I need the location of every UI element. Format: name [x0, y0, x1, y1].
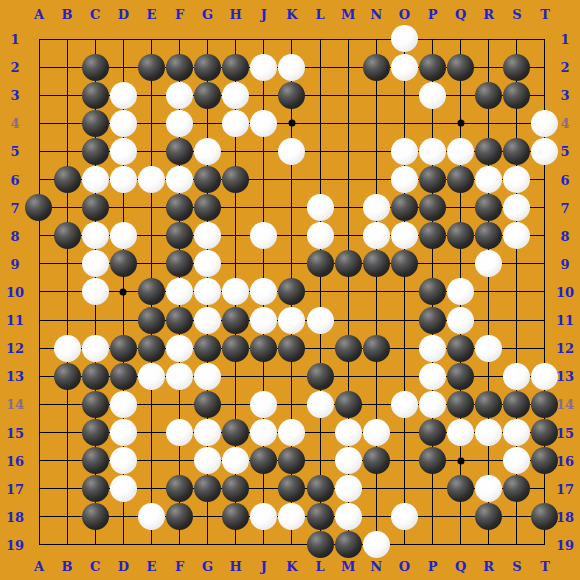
intersection-F17[interactable]: [165, 475, 193, 503]
intersection-G6[interactable]: [194, 165, 222, 193]
intersection-B12[interactable]: [53, 334, 81, 362]
intersection-O8[interactable]: [390, 222, 418, 250]
intersection-S13[interactable]: [503, 362, 531, 390]
intersection-E10[interactable]: [137, 278, 165, 306]
intersection-M9[interactable]: [334, 250, 362, 278]
intersection-K16[interactable]: [278, 447, 306, 475]
intersection-R16[interactable]: [475, 447, 503, 475]
intersection-L9[interactable]: [306, 250, 334, 278]
intersection-N11[interactable]: [362, 306, 390, 334]
intersection-M4[interactable]: [334, 109, 362, 137]
intersection-O4[interactable]: [390, 109, 418, 137]
intersection-E19[interactable]: [137, 531, 165, 559]
intersection-C13[interactable]: [81, 362, 109, 390]
intersection-A19[interactable]: [25, 531, 53, 559]
intersection-P10[interactable]: [418, 278, 446, 306]
intersection-H15[interactable]: [222, 418, 250, 446]
intersection-N17[interactable]: [362, 475, 390, 503]
intersection-Q15[interactable]: [447, 418, 475, 446]
intersection-O9[interactable]: [390, 250, 418, 278]
intersection-S11[interactable]: [503, 306, 531, 334]
intersection-N8[interactable]: [362, 222, 390, 250]
intersection-M6[interactable]: [334, 165, 362, 193]
intersection-K13[interactable]: [278, 362, 306, 390]
intersection-R12[interactable]: [475, 334, 503, 362]
intersection-F9[interactable]: [165, 250, 193, 278]
intersection-J16[interactable]: [250, 447, 278, 475]
intersection-T7[interactable]: [531, 194, 559, 222]
intersection-C11[interactable]: [81, 306, 109, 334]
intersection-R17[interactable]: [475, 475, 503, 503]
intersection-R11[interactable]: [475, 306, 503, 334]
intersection-N14[interactable]: [362, 390, 390, 418]
intersection-K9[interactable]: [278, 250, 306, 278]
intersection-O16[interactable]: [390, 447, 418, 475]
intersection-K18[interactable]: [278, 503, 306, 531]
intersection-E17[interactable]: [137, 475, 165, 503]
intersection-J10[interactable]: [250, 278, 278, 306]
intersection-G10[interactable]: [194, 278, 222, 306]
intersection-P8[interactable]: [418, 222, 446, 250]
intersection-P18[interactable]: [418, 503, 446, 531]
intersection-F16[interactable]: [165, 447, 193, 475]
intersection-F7[interactable]: [165, 194, 193, 222]
intersection-G18[interactable]: [194, 503, 222, 531]
intersection-J8[interactable]: [250, 222, 278, 250]
intersection-K17[interactable]: [278, 475, 306, 503]
intersection-S3[interactable]: [503, 81, 531, 109]
intersection-S5[interactable]: [503, 137, 531, 165]
intersection-M17[interactable]: [334, 475, 362, 503]
intersection-N9[interactable]: [362, 250, 390, 278]
intersection-R9[interactable]: [475, 250, 503, 278]
intersection-H1[interactable]: [222, 25, 250, 53]
intersection-G4[interactable]: [194, 109, 222, 137]
intersection-E2[interactable]: [137, 53, 165, 81]
intersection-L10[interactable]: [306, 278, 334, 306]
intersection-H16[interactable]: [222, 447, 250, 475]
intersection-O1[interactable]: [390, 25, 418, 53]
intersection-L5[interactable]: [306, 137, 334, 165]
intersection-P15[interactable]: [418, 418, 446, 446]
intersection-M19[interactable]: [334, 531, 362, 559]
intersection-T3[interactable]: [531, 81, 559, 109]
intersection-H7[interactable]: [222, 194, 250, 222]
intersection-D18[interactable]: [109, 503, 137, 531]
intersection-F1[interactable]: [165, 25, 193, 53]
intersection-T18[interactable]: [531, 503, 559, 531]
intersection-E4[interactable]: [137, 109, 165, 137]
intersection-D14[interactable]: [109, 390, 137, 418]
intersection-L6[interactable]: [306, 165, 334, 193]
intersection-L3[interactable]: [306, 81, 334, 109]
intersection-L17[interactable]: [306, 475, 334, 503]
intersection-N15[interactable]: [362, 418, 390, 446]
intersection-B10[interactable]: [53, 278, 81, 306]
intersection-E11[interactable]: [137, 306, 165, 334]
intersection-Q2[interactable]: [447, 53, 475, 81]
intersection-R1[interactable]: [475, 25, 503, 53]
intersection-A14[interactable]: [25, 390, 53, 418]
intersection-D16[interactable]: [109, 447, 137, 475]
intersection-P9[interactable]: [418, 250, 446, 278]
intersection-B11[interactable]: [53, 306, 81, 334]
intersection-D3[interactable]: [109, 81, 137, 109]
intersection-H5[interactable]: [222, 137, 250, 165]
intersection-M16[interactable]: [334, 447, 362, 475]
intersection-P12[interactable]: [418, 334, 446, 362]
intersection-A7[interactable]: [25, 194, 53, 222]
intersection-H10[interactable]: [222, 278, 250, 306]
intersection-J7[interactable]: [250, 194, 278, 222]
intersection-S4[interactable]: [503, 109, 531, 137]
intersection-C17[interactable]: [81, 475, 109, 503]
intersection-Q11[interactable]: [447, 306, 475, 334]
intersection-D6[interactable]: [109, 165, 137, 193]
intersection-D8[interactable]: [109, 222, 137, 250]
intersection-K14[interactable]: [278, 390, 306, 418]
intersection-S16[interactable]: [503, 447, 531, 475]
intersection-A4[interactable]: [25, 109, 53, 137]
intersection-R2[interactable]: [475, 53, 503, 81]
intersection-S7[interactable]: [503, 194, 531, 222]
intersection-B13[interactable]: [53, 362, 81, 390]
intersection-T11[interactable]: [531, 306, 559, 334]
intersection-T14[interactable]: [531, 390, 559, 418]
intersection-L8[interactable]: [306, 222, 334, 250]
intersection-D13[interactable]: [109, 362, 137, 390]
intersection-H6[interactable]: [222, 165, 250, 193]
intersection-A18[interactable]: [25, 503, 53, 531]
intersection-R18[interactable]: [475, 503, 503, 531]
intersection-D9[interactable]: [109, 250, 137, 278]
intersection-N16[interactable]: [362, 447, 390, 475]
intersection-J15[interactable]: [250, 418, 278, 446]
intersection-E8[interactable]: [137, 222, 165, 250]
intersection-L7[interactable]: [306, 194, 334, 222]
intersection-E3[interactable]: [137, 81, 165, 109]
intersection-P1[interactable]: [418, 25, 446, 53]
intersection-M14[interactable]: [334, 390, 362, 418]
intersection-B15[interactable]: [53, 418, 81, 446]
intersection-T8[interactable]: [531, 222, 559, 250]
intersection-H12[interactable]: [222, 334, 250, 362]
intersection-O3[interactable]: [390, 81, 418, 109]
intersection-A2[interactable]: [25, 53, 53, 81]
intersection-G13[interactable]: [194, 362, 222, 390]
intersection-D1[interactable]: [109, 25, 137, 53]
intersection-L11[interactable]: [306, 306, 334, 334]
intersection-J9[interactable]: [250, 250, 278, 278]
intersection-J5[interactable]: [250, 137, 278, 165]
intersection-R13[interactable]: [475, 362, 503, 390]
intersection-T5[interactable]: [531, 137, 559, 165]
intersection-C15[interactable]: [81, 418, 109, 446]
intersection-D7[interactable]: [109, 194, 137, 222]
intersection-P19[interactable]: [418, 531, 446, 559]
intersection-H4[interactable]: [222, 109, 250, 137]
intersection-G11[interactable]: [194, 306, 222, 334]
intersection-M7[interactable]: [334, 194, 362, 222]
intersection-L1[interactable]: [306, 25, 334, 53]
intersection-N1[interactable]: [362, 25, 390, 53]
intersection-Q7[interactable]: [447, 194, 475, 222]
intersection-E6[interactable]: [137, 165, 165, 193]
intersection-K2[interactable]: [278, 53, 306, 81]
intersection-M3[interactable]: [334, 81, 362, 109]
intersection-H3[interactable]: [222, 81, 250, 109]
intersection-S2[interactable]: [503, 53, 531, 81]
intersection-P16[interactable]: [418, 447, 446, 475]
intersection-R14[interactable]: [475, 390, 503, 418]
intersection-B6[interactable]: [53, 165, 81, 193]
intersection-O14[interactable]: [390, 390, 418, 418]
intersection-F13[interactable]: [165, 362, 193, 390]
intersection-H8[interactable]: [222, 222, 250, 250]
intersection-N4[interactable]: [362, 109, 390, 137]
intersection-Q4[interactable]: [447, 109, 475, 137]
intersection-B8[interactable]: [53, 222, 81, 250]
intersection-T15[interactable]: [531, 418, 559, 446]
intersection-S18[interactable]: [503, 503, 531, 531]
intersection-C2[interactable]: [81, 53, 109, 81]
intersection-B14[interactable]: [53, 390, 81, 418]
intersection-Q5[interactable]: [447, 137, 475, 165]
intersection-R3[interactable]: [475, 81, 503, 109]
intersection-O5[interactable]: [390, 137, 418, 165]
intersection-T6[interactable]: [531, 165, 559, 193]
intersection-O12[interactable]: [390, 334, 418, 362]
intersection-S15[interactable]: [503, 418, 531, 446]
intersection-A3[interactable]: [25, 81, 53, 109]
intersection-A1[interactable]: [25, 25, 53, 53]
intersection-F6[interactable]: [165, 165, 193, 193]
intersection-M18[interactable]: [334, 503, 362, 531]
intersection-K19[interactable]: [278, 531, 306, 559]
intersection-S14[interactable]: [503, 390, 531, 418]
intersection-F10[interactable]: [165, 278, 193, 306]
intersection-S6[interactable]: [503, 165, 531, 193]
intersection-J6[interactable]: [250, 165, 278, 193]
intersection-J4[interactable]: [250, 109, 278, 137]
intersection-S10[interactable]: [503, 278, 531, 306]
intersection-E12[interactable]: [137, 334, 165, 362]
intersection-R6[interactable]: [475, 165, 503, 193]
intersection-R10[interactable]: [475, 278, 503, 306]
intersection-H9[interactable]: [222, 250, 250, 278]
intersection-M1[interactable]: [334, 25, 362, 53]
intersection-J12[interactable]: [250, 334, 278, 362]
intersection-A17[interactable]: [25, 475, 53, 503]
intersection-A15[interactable]: [25, 418, 53, 446]
intersection-T13[interactable]: [531, 362, 559, 390]
intersection-R8[interactable]: [475, 222, 503, 250]
intersection-M5[interactable]: [334, 137, 362, 165]
intersection-G14[interactable]: [194, 390, 222, 418]
intersection-E15[interactable]: [137, 418, 165, 446]
intersection-F5[interactable]: [165, 137, 193, 165]
intersection-C6[interactable]: [81, 165, 109, 193]
intersection-A16[interactable]: [25, 447, 53, 475]
intersection-G2[interactable]: [194, 53, 222, 81]
intersection-J1[interactable]: [250, 25, 278, 53]
intersection-F14[interactable]: [165, 390, 193, 418]
intersection-R7[interactable]: [475, 194, 503, 222]
intersection-N13[interactable]: [362, 362, 390, 390]
intersection-M11[interactable]: [334, 306, 362, 334]
intersection-A11[interactable]: [25, 306, 53, 334]
intersection-P5[interactable]: [418, 137, 446, 165]
intersection-T9[interactable]: [531, 250, 559, 278]
intersection-J11[interactable]: [250, 306, 278, 334]
intersection-C7[interactable]: [81, 194, 109, 222]
intersection-G9[interactable]: [194, 250, 222, 278]
intersection-R5[interactable]: [475, 137, 503, 165]
intersection-S9[interactable]: [503, 250, 531, 278]
intersection-A13[interactable]: [25, 362, 53, 390]
intersection-G5[interactable]: [194, 137, 222, 165]
intersection-K6[interactable]: [278, 165, 306, 193]
intersection-T10[interactable]: [531, 278, 559, 306]
intersection-B5[interactable]: [53, 137, 81, 165]
intersection-O2[interactable]: [390, 53, 418, 81]
intersection-K8[interactable]: [278, 222, 306, 250]
intersection-O6[interactable]: [390, 165, 418, 193]
intersection-L14[interactable]: [306, 390, 334, 418]
intersection-J13[interactable]: [250, 362, 278, 390]
intersection-D4[interactable]: [109, 109, 137, 137]
intersection-G16[interactable]: [194, 447, 222, 475]
intersection-O10[interactable]: [390, 278, 418, 306]
intersection-O17[interactable]: [390, 475, 418, 503]
intersection-P11[interactable]: [418, 306, 446, 334]
intersection-H18[interactable]: [222, 503, 250, 531]
intersection-A6[interactable]: [25, 165, 53, 193]
intersection-L16[interactable]: [306, 447, 334, 475]
intersection-K15[interactable]: [278, 418, 306, 446]
intersection-Q6[interactable]: [447, 165, 475, 193]
intersection-D17[interactable]: [109, 475, 137, 503]
intersection-K11[interactable]: [278, 306, 306, 334]
intersection-D10[interactable]: [109, 278, 137, 306]
intersection-J18[interactable]: [250, 503, 278, 531]
intersection-P7[interactable]: [418, 194, 446, 222]
intersection-S1[interactable]: [503, 25, 531, 53]
intersection-C16[interactable]: [81, 447, 109, 475]
intersection-A8[interactable]: [25, 222, 53, 250]
intersection-Q3[interactable]: [447, 81, 475, 109]
intersection-J19[interactable]: [250, 531, 278, 559]
intersection-B19[interactable]: [53, 531, 81, 559]
intersection-L12[interactable]: [306, 334, 334, 362]
intersection-B2[interactable]: [53, 53, 81, 81]
intersection-E9[interactable]: [137, 250, 165, 278]
intersection-N2[interactable]: [362, 53, 390, 81]
intersection-E16[interactable]: [137, 447, 165, 475]
intersection-H11[interactable]: [222, 306, 250, 334]
intersection-J3[interactable]: [250, 81, 278, 109]
intersection-H2[interactable]: [222, 53, 250, 81]
intersection-D5[interactable]: [109, 137, 137, 165]
intersection-C4[interactable]: [81, 109, 109, 137]
intersection-H17[interactable]: [222, 475, 250, 503]
intersection-F3[interactable]: [165, 81, 193, 109]
intersection-B17[interactable]: [53, 475, 81, 503]
intersection-E5[interactable]: [137, 137, 165, 165]
intersection-F8[interactable]: [165, 222, 193, 250]
intersection-Q1[interactable]: [447, 25, 475, 53]
intersection-T4[interactable]: [531, 109, 559, 137]
intersection-Q18[interactable]: [447, 503, 475, 531]
intersection-T1[interactable]: [531, 25, 559, 53]
intersection-Q17[interactable]: [447, 475, 475, 503]
intersection-F2[interactable]: [165, 53, 193, 81]
intersection-M15[interactable]: [334, 418, 362, 446]
intersection-S8[interactable]: [503, 222, 531, 250]
intersection-G3[interactable]: [194, 81, 222, 109]
intersection-H14[interactable]: [222, 390, 250, 418]
intersection-N3[interactable]: [362, 81, 390, 109]
intersection-P14[interactable]: [418, 390, 446, 418]
intersection-F4[interactable]: [165, 109, 193, 137]
intersection-G7[interactable]: [194, 194, 222, 222]
intersection-K7[interactable]: [278, 194, 306, 222]
intersection-F18[interactable]: [165, 503, 193, 531]
intersection-J17[interactable]: [250, 475, 278, 503]
intersection-S17[interactable]: [503, 475, 531, 503]
intersection-F11[interactable]: [165, 306, 193, 334]
intersection-B4[interactable]: [53, 109, 81, 137]
intersection-B3[interactable]: [53, 81, 81, 109]
intersection-N5[interactable]: [362, 137, 390, 165]
intersection-G17[interactable]: [194, 475, 222, 503]
intersection-C5[interactable]: [81, 137, 109, 165]
intersection-G19[interactable]: [194, 531, 222, 559]
intersection-P6[interactable]: [418, 165, 446, 193]
intersection-E7[interactable]: [137, 194, 165, 222]
intersection-C19[interactable]: [81, 531, 109, 559]
intersection-O19[interactable]: [390, 531, 418, 559]
intersection-M8[interactable]: [334, 222, 362, 250]
intersection-N10[interactable]: [362, 278, 390, 306]
intersection-P13[interactable]: [418, 362, 446, 390]
intersection-B1[interactable]: [53, 25, 81, 53]
intersection-O18[interactable]: [390, 503, 418, 531]
intersection-M10[interactable]: [334, 278, 362, 306]
intersection-O11[interactable]: [390, 306, 418, 334]
intersection-L2[interactable]: [306, 53, 334, 81]
intersection-B9[interactable]: [53, 250, 81, 278]
intersection-O7[interactable]: [390, 194, 418, 222]
intersection-A5[interactable]: [25, 137, 53, 165]
intersection-G1[interactable]: [194, 25, 222, 53]
intersection-L15[interactable]: [306, 418, 334, 446]
intersection-E14[interactable]: [137, 390, 165, 418]
intersection-D15[interactable]: [109, 418, 137, 446]
intersection-C10[interactable]: [81, 278, 109, 306]
intersection-Q14[interactable]: [447, 390, 475, 418]
intersection-C1[interactable]: [81, 25, 109, 53]
intersection-M12[interactable]: [334, 334, 362, 362]
intersection-T2[interactable]: [531, 53, 559, 81]
intersection-Q9[interactable]: [447, 250, 475, 278]
intersection-G12[interactable]: [194, 334, 222, 362]
intersection-J2[interactable]: [250, 53, 278, 81]
intersection-D2[interactable]: [109, 53, 137, 81]
intersection-T17[interactable]: [531, 475, 559, 503]
intersection-N12[interactable]: [362, 334, 390, 362]
intersection-M13[interactable]: [334, 362, 362, 390]
